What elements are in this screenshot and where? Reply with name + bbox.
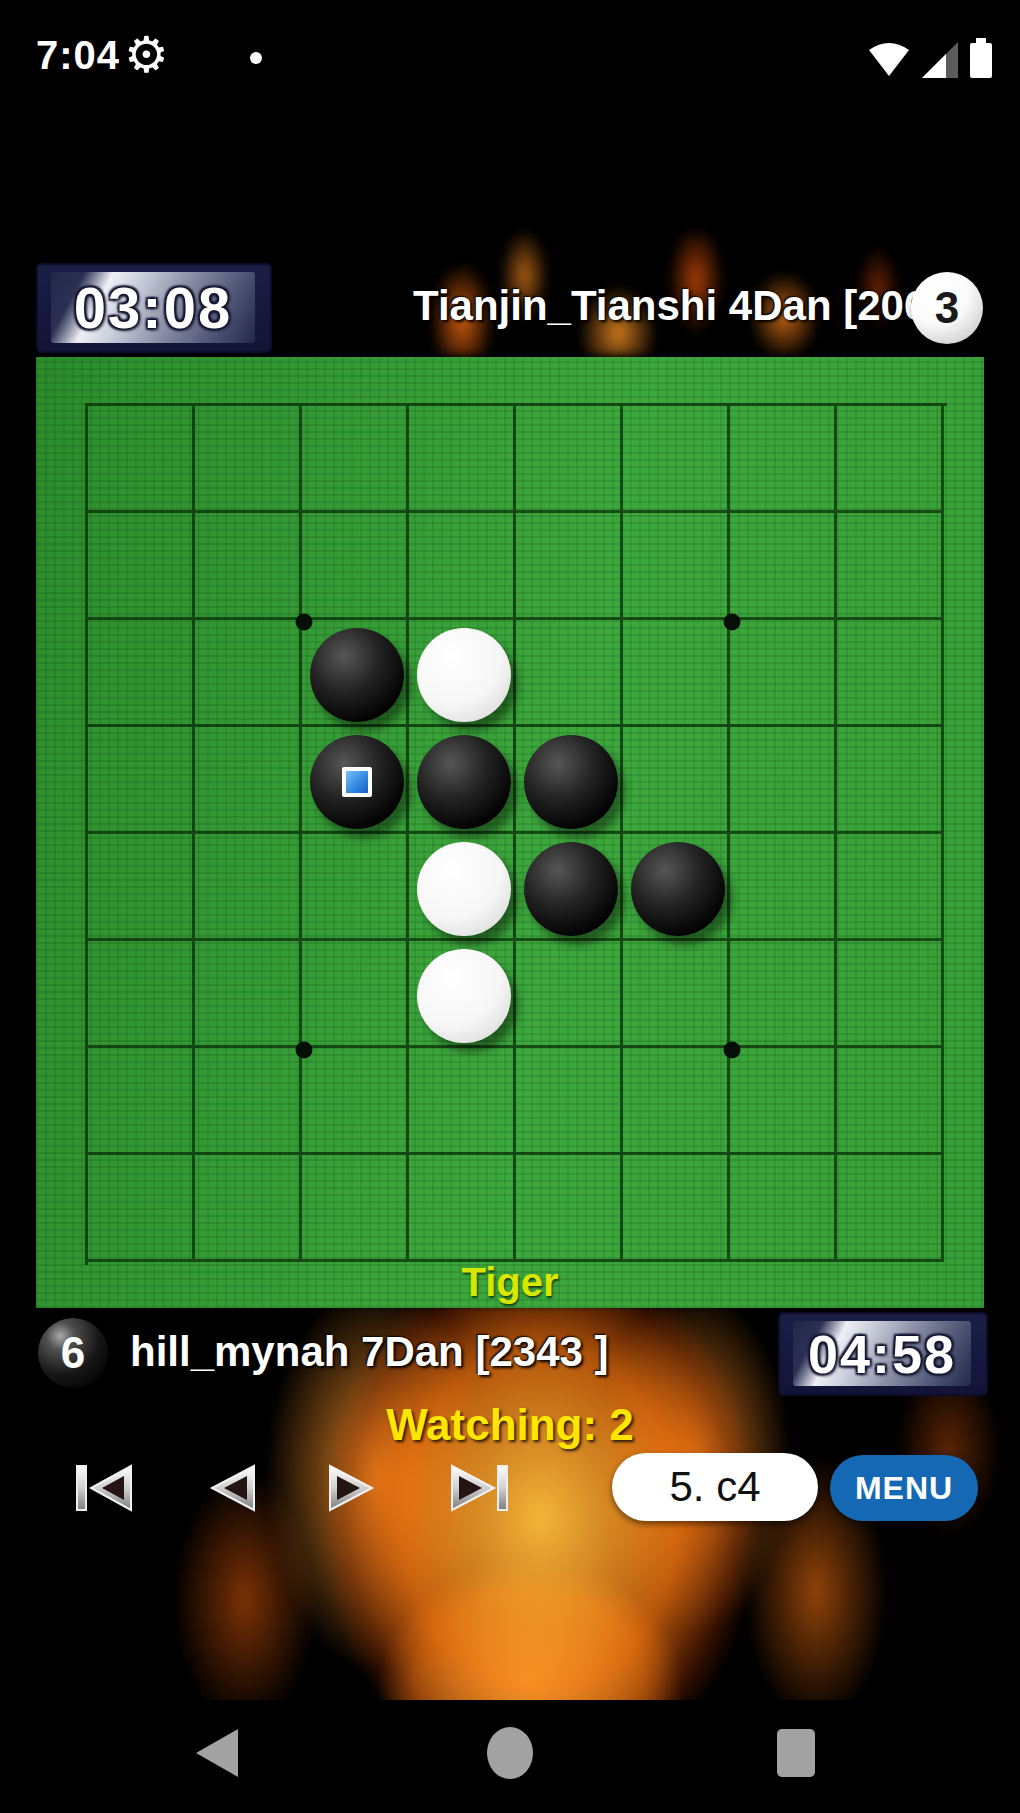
- board-cell-g1[interactable]: [730, 406, 837, 513]
- board-cell-e6[interactable]: [516, 941, 623, 1048]
- board-cell-d2[interactable]: [409, 513, 516, 620]
- disc-white-d5: [417, 842, 511, 936]
- board-cell-f4[interactable]: [623, 727, 730, 834]
- board-cell-d7[interactable]: [409, 1048, 516, 1155]
- board-cell-h7[interactable]: [837, 1048, 944, 1155]
- clock-time: 04:58: [808, 1323, 956, 1385]
- skip-to-end-button[interactable]: [440, 1456, 518, 1520]
- board-cell-c7[interactable]: [302, 1048, 409, 1155]
- board-cell-a5[interactable]: [88, 834, 195, 941]
- notification-dot-icon: [250, 52, 262, 64]
- board-cell-h4[interactable]: [837, 727, 944, 834]
- board-cell-b6[interactable]: [195, 941, 302, 1048]
- star-point: [296, 614, 313, 631]
- skip-to-start-icon: [71, 1460, 137, 1516]
- disc-white-d6: [417, 949, 511, 1043]
- disc-black-d4: [417, 735, 511, 829]
- board-cell-e7[interactable]: [516, 1048, 623, 1155]
- status-time: 7:04: [36, 33, 120, 78]
- board-cell-b2[interactable]: [195, 513, 302, 620]
- recents-button[interactable]: [777, 1729, 815, 1777]
- disc-black-e4: [524, 735, 618, 829]
- board-title: Tiger: [36, 1260, 984, 1305]
- white-disc-count: 3: [935, 283, 959, 333]
- board-cell-h6[interactable]: [837, 941, 944, 1048]
- board-cell-c8[interactable]: [302, 1155, 409, 1262]
- board-cell-e1[interactable]: [516, 406, 623, 513]
- board-cell-c5[interactable]: [302, 834, 409, 941]
- board-cell-f2[interactable]: [623, 513, 730, 620]
- board-cell-h1[interactable]: [837, 406, 944, 513]
- battery-icon: [970, 38, 992, 78]
- back-button[interactable]: [196, 1729, 238, 1777]
- clock-time: 03:08: [74, 274, 232, 341]
- board-cell-g7[interactable]: [730, 1048, 837, 1155]
- android-status-bar: 7:04 ⚙: [0, 0, 1020, 110]
- othello-board[interactable]: Tiger: [36, 357, 984, 1308]
- current-move-display[interactable]: 5. c4: [612, 1453, 818, 1521]
- disc-white-d3: [417, 628, 511, 722]
- board-grid[interactable]: [85, 403, 947, 1265]
- step-back-button[interactable]: [192, 1456, 270, 1520]
- board-cell-b8[interactable]: [195, 1155, 302, 1262]
- board-cell-h8[interactable]: [837, 1155, 944, 1262]
- black-player-clock: 04:58: [778, 1312, 988, 1396]
- black-disc-count: 6: [61, 1328, 85, 1378]
- board-cell-d8[interactable]: [409, 1155, 516, 1262]
- board-cell-e2[interactable]: [516, 513, 623, 620]
- star-point: [296, 1042, 313, 1059]
- step-forward-button[interactable]: [314, 1456, 392, 1520]
- board-cell-h5[interactable]: [837, 834, 944, 941]
- board-cell-c2[interactable]: [302, 513, 409, 620]
- clock-face: 03:08: [51, 272, 255, 343]
- board-cell-g6[interactable]: [730, 941, 837, 1048]
- black-player-name: hill_mynah 7Dan [2343 ]: [130, 1328, 609, 1376]
- board-cell-b1[interactable]: [195, 406, 302, 513]
- white-player-name: Tianjin_Tianshi 4Dan [2065 ]: [413, 282, 976, 330]
- board-cell-g8[interactable]: [730, 1155, 837, 1262]
- white-disc-counter: 3: [911, 272, 983, 344]
- board-cell-f7[interactable]: [623, 1048, 730, 1155]
- last-move-marker: [342, 767, 372, 797]
- watching-count: Watching: 2: [0, 1400, 1020, 1450]
- board-cell-f1[interactable]: [623, 406, 730, 513]
- android-nav-bar: [0, 1700, 1020, 1813]
- board-cell-g5[interactable]: [730, 834, 837, 941]
- skip-to-start-button[interactable]: [65, 1456, 143, 1520]
- wifi-icon: [868, 42, 910, 78]
- board-cell-a6[interactable]: [88, 941, 195, 1048]
- settings-gear-icon: ⚙: [124, 26, 169, 84]
- star-point: [724, 1042, 741, 1059]
- star-point: [724, 614, 741, 631]
- board-cell-f6[interactable]: [623, 941, 730, 1048]
- board-cell-g3[interactable]: [730, 620, 837, 727]
- board-cell-d1[interactable]: [409, 406, 516, 513]
- signal-icon: [922, 42, 958, 78]
- disc-black-f5: [631, 842, 725, 936]
- menu-button[interactable]: MENU: [830, 1455, 978, 1521]
- board-cell-a4[interactable]: [88, 727, 195, 834]
- board-cell-f8[interactable]: [623, 1155, 730, 1262]
- disc-black-c4: [310, 735, 404, 829]
- disc-black-e5: [524, 842, 618, 936]
- board-cell-c6[interactable]: [302, 941, 409, 1048]
- step-back-icon: [198, 1460, 264, 1516]
- board-cell-b4[interactable]: [195, 727, 302, 834]
- move-text: 5. c4: [669, 1463, 760, 1511]
- disc-black-c3: [310, 628, 404, 722]
- step-forward-icon: [320, 1460, 386, 1516]
- board-cell-e8[interactable]: [516, 1155, 623, 1262]
- board-cell-b5[interactable]: [195, 834, 302, 941]
- board-cell-f3[interactable]: [623, 620, 730, 727]
- clock-face: 04:58: [793, 1321, 971, 1386]
- white-player-clock: 03:08: [36, 263, 272, 353]
- menu-label: MENU: [855, 1470, 953, 1507]
- home-button[interactable]: [487, 1727, 533, 1779]
- board-cell-g2[interactable]: [730, 513, 837, 620]
- board-cell-b3[interactable]: [195, 620, 302, 727]
- board-cell-c1[interactable]: [302, 406, 409, 513]
- board-cell-a7[interactable]: [88, 1048, 195, 1155]
- black-disc-counter: 6: [38, 1318, 108, 1388]
- board-cell-a3[interactable]: [88, 620, 195, 727]
- board-cell-a1[interactable]: [88, 406, 195, 513]
- board-cell-e3[interactable]: [516, 620, 623, 727]
- skip-to-end-icon: [446, 1460, 512, 1516]
- board-cell-g4[interactable]: [730, 727, 837, 834]
- board-cell-a8[interactable]: [88, 1155, 195, 1262]
- status-right-icons: [868, 38, 992, 78]
- board-cell-a2[interactable]: [88, 513, 195, 620]
- board-cell-h3[interactable]: [837, 620, 944, 727]
- board-cell-h2[interactable]: [837, 513, 944, 620]
- board-cell-b7[interactable]: [195, 1048, 302, 1155]
